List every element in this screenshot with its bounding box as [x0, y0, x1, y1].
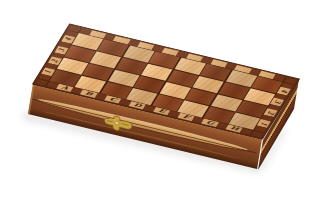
- brass-latch-icon: [101, 110, 136, 137]
- rank-label-1: 1: [259, 121, 268, 125]
- rank-label-2: 2: [50, 59, 59, 63]
- rank-label-3: 3: [57, 48, 66, 52]
- file-label-a: A: [60, 85, 69, 91]
- rank-label-2: 2: [266, 111, 275, 115]
- file-label-e: E: [157, 108, 166, 114]
- chess-box-photo: 43214321ABCDEFGH: [0, 0, 310, 207]
- rank-label-3: 3: [273, 100, 282, 104]
- rank-label-4: 4: [64, 37, 73, 41]
- rank-label-1: 1: [44, 70, 53, 74]
- file-label-f: F: [182, 114, 190, 119]
- rank-label-4: 4: [279, 89, 288, 93]
